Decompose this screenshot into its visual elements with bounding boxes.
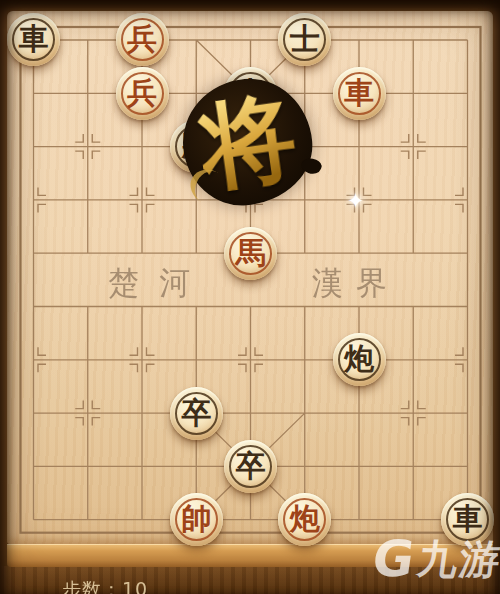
watermark-text: 九游: [415, 539, 500, 579]
piece-label: 士: [290, 24, 320, 54]
piece-label: 卒: [181, 398, 211, 428]
piece-label: 炮: [290, 504, 320, 534]
piece-label: 帥: [181, 504, 211, 534]
piece-red-general[interactable]: 帥: [170, 493, 223, 546]
piece-label: 兵: [127, 78, 157, 108]
piece-red-cannon[interactable]: 炮: [278, 493, 331, 546]
piece-black-advisor[interactable]: 士: [278, 13, 331, 66]
piece-label: 卒: [236, 451, 266, 481]
piece-label: 馬: [236, 238, 266, 268]
step-counter: 步数：10: [62, 577, 148, 594]
piece-red-soldier[interactable]: 兵: [116, 13, 169, 66]
piece-red-chariot[interactable]: 車: [333, 67, 386, 120]
piece-label: 炮: [344, 344, 374, 374]
xiangqi-game-screen: 楚河 漢界 車兵士兵士車將馬炮卒卒帥炮車 将 ✦ 步数：10 G 九游: [0, 0, 500, 594]
watermark: G 九游: [369, 534, 500, 584]
piece-label: 車: [453, 504, 483, 534]
piece-label: 兵: [127, 24, 157, 54]
piece-black-chariot[interactable]: 車: [7, 13, 60, 66]
piece-red-horse[interactable]: 馬: [224, 227, 277, 280]
piece-black-soldier[interactable]: 卒: [170, 387, 223, 440]
piece-black-cannon[interactable]: 炮: [333, 333, 386, 386]
piece-red-soldier[interactable]: 兵: [116, 67, 169, 120]
sparkle-icon: ✦: [347, 191, 365, 212]
piece-label: 車: [19, 24, 49, 54]
check-stamp-character: 将: [193, 88, 301, 196]
watermark-logo-icon: G: [369, 534, 417, 584]
piece-black-soldier[interactable]: 卒: [224, 440, 277, 493]
piece-label: 車: [344, 78, 374, 108]
